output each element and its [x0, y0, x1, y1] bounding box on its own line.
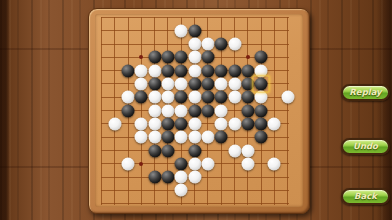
- white-stone: [201, 157, 214, 170]
- black-stone: [162, 117, 175, 130]
- white-stone: [201, 131, 214, 144]
- game-board[interactable]: [88, 8, 310, 214]
- white-stone: [241, 157, 254, 170]
- white-stone: [188, 171, 201, 184]
- white-stone: [122, 91, 135, 104]
- white-stone: [175, 104, 188, 117]
- white-stone: [162, 78, 175, 91]
- white-stone: [108, 117, 121, 130]
- white-stone: [188, 117, 201, 130]
- black-stone: [162, 144, 175, 157]
- white-stone: [201, 38, 214, 51]
- white-stone: [188, 38, 201, 51]
- black-stone: [188, 104, 201, 117]
- black-stone: [175, 157, 188, 170]
- black-stone: [188, 24, 201, 37]
- white-stone: [135, 78, 148, 91]
- black-stone: [122, 104, 135, 117]
- black-stone: [162, 64, 175, 77]
- last-move-marker: [253, 76, 270, 93]
- white-stone: [228, 144, 241, 157]
- black-stone: [148, 144, 161, 157]
- black-stone: [215, 64, 228, 77]
- black-stone: [241, 117, 254, 130]
- white-stone: [228, 91, 241, 104]
- white-stone: [215, 78, 228, 91]
- white-stone: [281, 91, 294, 104]
- black-stone: [255, 51, 268, 64]
- black-stone: [201, 78, 214, 91]
- white-stone: [228, 78, 241, 91]
- black-stone: [162, 131, 175, 144]
- black-stone: [255, 104, 268, 117]
- black-stone: [188, 78, 201, 91]
- white-stone: [148, 104, 161, 117]
- white-stone: [228, 38, 241, 51]
- white-stone: [188, 91, 201, 104]
- white-stone: [215, 117, 228, 130]
- white-stone: [188, 64, 201, 77]
- black-stone: [201, 51, 214, 64]
- black-stone: [175, 51, 188, 64]
- white-stone: [175, 24, 188, 37]
- black-stone: [215, 131, 228, 144]
- black-stone: [241, 91, 254, 104]
- black-stone: [215, 91, 228, 104]
- white-stone: [241, 144, 254, 157]
- star-point: [246, 55, 250, 59]
- black-stone: [241, 104, 254, 117]
- black-stone: [122, 64, 135, 77]
- black-stone: [148, 78, 161, 91]
- white-stone: [175, 184, 188, 197]
- white-stone: [175, 78, 188, 91]
- black-stone: [135, 91, 148, 104]
- white-stone: [188, 157, 201, 170]
- black-stone: [188, 144, 201, 157]
- black-stone: [162, 171, 175, 184]
- board-surface[interactable]: [95, 14, 303, 207]
- white-stone: [175, 131, 188, 144]
- black-stone: [201, 104, 214, 117]
- black-stone: [148, 51, 161, 64]
- black-stone: [175, 64, 188, 77]
- black-stone: [175, 91, 188, 104]
- white-stone: [148, 117, 161, 130]
- game-screen: Replay Undo Back: [0, 0, 392, 220]
- white-stone: [162, 91, 175, 104]
- black-stone: [201, 91, 214, 104]
- white-stone: [255, 91, 268, 104]
- white-stone: [188, 51, 201, 64]
- white-stone: [148, 91, 161, 104]
- black-stone: [255, 117, 268, 130]
- star-point: [139, 162, 143, 166]
- back-button[interactable]: Back: [341, 188, 390, 205]
- white-stone: [228, 117, 241, 130]
- white-stone: [148, 131, 161, 144]
- black-stone: [228, 64, 241, 77]
- white-stone: [188, 131, 201, 144]
- white-stone: [268, 117, 281, 130]
- black-stone: [255, 131, 268, 144]
- white-stone: [162, 104, 175, 117]
- black-stone: [215, 38, 228, 51]
- white-stone: [175, 171, 188, 184]
- replay-button[interactable]: Replay: [341, 84, 390, 101]
- undo-button[interactable]: Undo: [341, 138, 390, 155]
- white-stone: [215, 104, 228, 117]
- black-stone: [162, 51, 175, 64]
- black-stone: [201, 64, 214, 77]
- white-stone: [268, 157, 281, 170]
- board-grid[interactable]: [101, 17, 289, 205]
- white-stone: [148, 64, 161, 77]
- black-stone: [148, 171, 161, 184]
- black-stone: [175, 117, 188, 130]
- white-stone: [135, 64, 148, 77]
- white-stone: [122, 157, 135, 170]
- white-stone: [135, 117, 148, 130]
- star-point: [139, 55, 143, 59]
- white-stone: [135, 131, 148, 144]
